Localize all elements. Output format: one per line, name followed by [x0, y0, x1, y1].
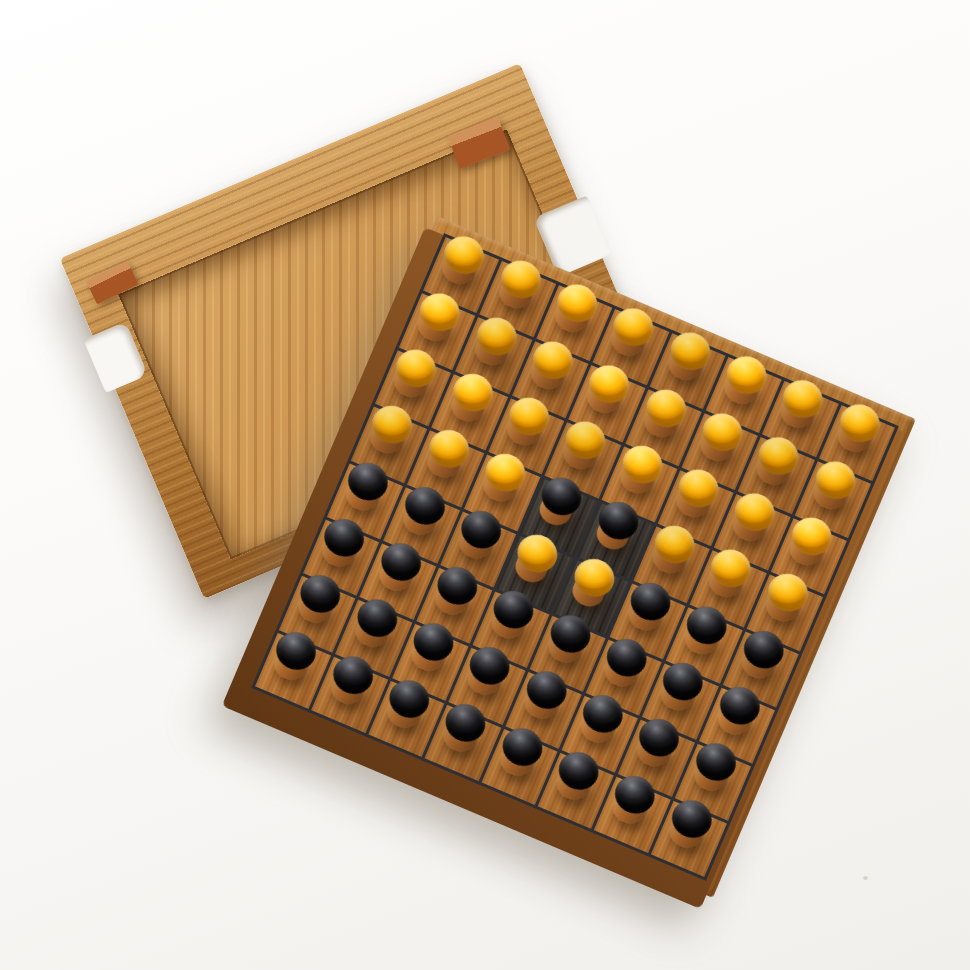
- peg-yellow-g1[interactable]: [773, 374, 829, 434]
- peg-yellow-f1[interactable]: [717, 350, 773, 410]
- product-photo-scene: [0, 0, 970, 970]
- dust-speck: [863, 876, 868, 880]
- peg-yellow-d1[interactable]: [604, 303, 660, 363]
- peg-yellow-c1[interactable]: [547, 279, 603, 339]
- peg-yellow-e1[interactable]: [660, 327, 716, 387]
- peg-yellow-a1[interactable]: [434, 231, 490, 291]
- peg-yellow-h1[interactable]: [830, 398, 886, 458]
- peg-yellow-b1[interactable]: [491, 255, 547, 315]
